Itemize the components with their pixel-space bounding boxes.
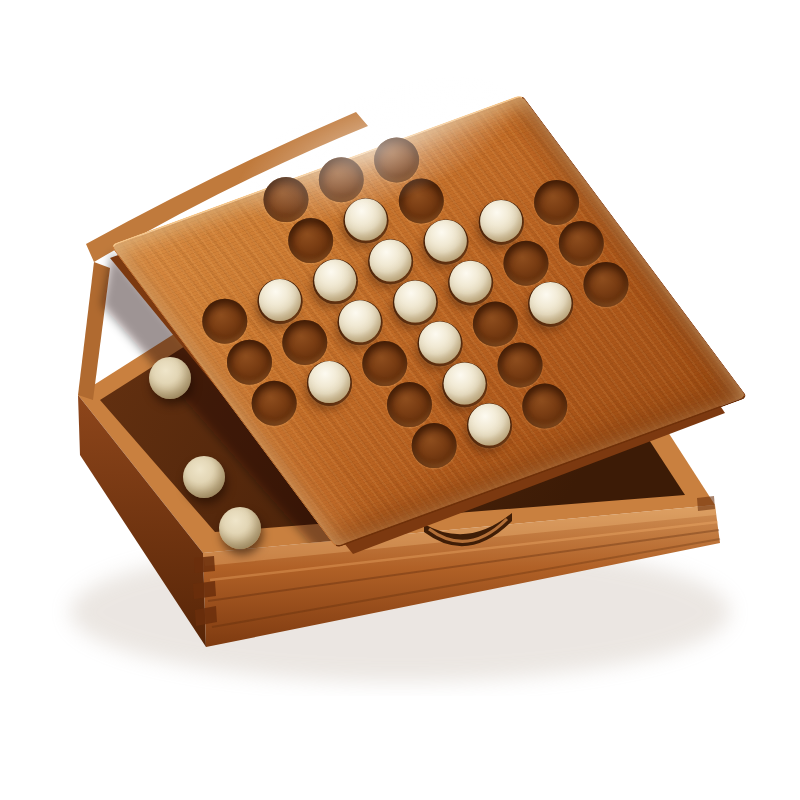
hole-r1c5[interactable]	[374, 138, 419, 183]
marble-r7c4[interactable]	[467, 404, 509, 446]
tray-marble-2[interactable]	[183, 456, 225, 498]
tray-marble-1[interactable]	[149, 357, 191, 399]
marble-r5c4[interactable]	[418, 322, 460, 364]
marble-r3c2[interactable]	[258, 279, 300, 321]
hole-r4c2[interactable]	[282, 320, 327, 365]
marble-r5c2[interactable]	[307, 361, 349, 403]
hole-r3c1[interactable]	[202, 299, 247, 344]
hole-r2c3[interactable]	[288, 218, 333, 263]
hole-r5c3[interactable]	[362, 341, 407, 386]
marble-r3c3[interactable]	[313, 259, 355, 301]
hole-r5c1[interactable]	[251, 381, 296, 426]
marble-r3c5[interactable]	[424, 220, 466, 262]
hole-r3c7[interactable]	[534, 180, 579, 225]
marble-r3c6[interactable]	[479, 200, 521, 242]
hole-r5c5[interactable]	[473, 302, 518, 347]
hole-r1c3[interactable]	[263, 177, 308, 222]
hole-r7c5[interactable]	[522, 384, 567, 429]
hole-r4c1[interactable]	[227, 340, 272, 385]
hole-r6c3[interactable]	[387, 382, 432, 427]
marble-r4c4[interactable]	[393, 281, 435, 323]
hole-r1c4[interactable]	[319, 158, 364, 203]
marble-r4c5[interactable]	[449, 261, 491, 303]
hole-r7c3[interactable]	[411, 423, 456, 468]
marble-r6c4[interactable]	[443, 363, 485, 405]
hole-r6c5[interactable]	[497, 343, 542, 388]
hole-r5c7[interactable]	[583, 262, 628, 307]
hole-r4c7[interactable]	[559, 221, 604, 266]
marble-r5c6[interactable]	[528, 282, 570, 324]
marble-r4c3[interactable]	[338, 300, 380, 342]
hole-r4c6[interactable]	[503, 241, 548, 286]
marble-r3c4[interactable]	[369, 240, 411, 282]
marble-r2c4[interactable]	[344, 199, 386, 241]
hole-r2c5[interactable]	[399, 179, 444, 224]
scene	[0, 0, 800, 800]
tray-marble-3[interactable]	[219, 507, 261, 549]
